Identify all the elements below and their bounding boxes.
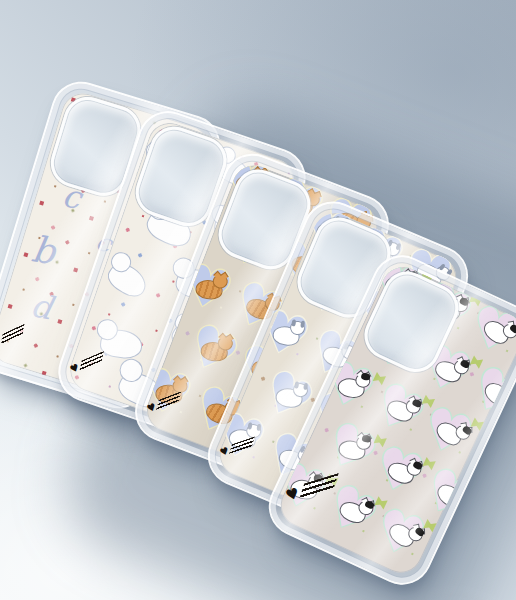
- baby-animal-motif: [103, 258, 151, 302]
- letter-glyph: b: [29, 228, 58, 272]
- letter-glyph: d: [28, 286, 56, 327]
- table-surface: aecfbcde ♥ ♥ ♥♥♥♥♥♥♥♥♥♥♥♥♥♥♥ ♥ ♥♥♥♥♥♥♥♥♥…: [0, 0, 516, 600]
- baby-animal-motif: [99, 328, 144, 361]
